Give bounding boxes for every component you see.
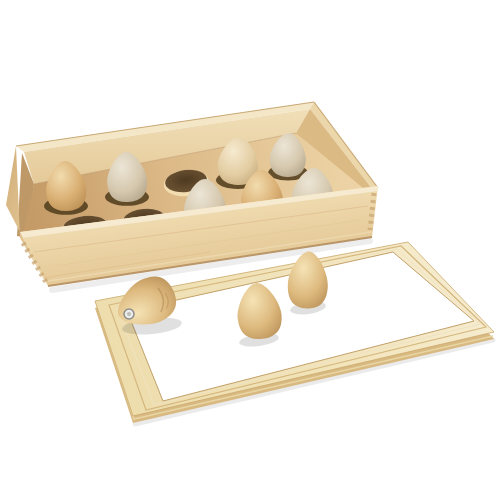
magnet-dot-center [127,312,131,316]
product-photo [0,0,500,500]
scene-svg [0,0,500,500]
